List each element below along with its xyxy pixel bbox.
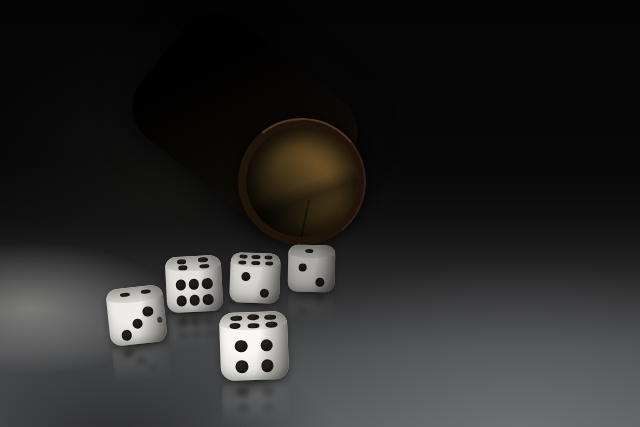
die-5 xyxy=(219,311,289,381)
die-side-shading xyxy=(111,341,172,392)
die-side-shading xyxy=(221,379,291,427)
die-side-shading xyxy=(287,292,335,330)
die-side-shading xyxy=(219,311,289,381)
dice-cup-suede-interior xyxy=(246,126,358,237)
die-body xyxy=(219,311,289,381)
dice-cup-opening xyxy=(238,118,366,245)
die-reflection-body xyxy=(111,341,172,392)
die-4 xyxy=(288,245,336,293)
cup-suede-seam xyxy=(300,199,310,237)
die-reflection xyxy=(111,341,172,392)
die-side-shading xyxy=(288,245,336,293)
die-reflection xyxy=(287,292,335,330)
die-body xyxy=(288,245,336,293)
die-reflection-body xyxy=(287,292,335,330)
die-reflection xyxy=(221,379,291,427)
die-reflection-body xyxy=(221,379,291,427)
dice-photo-scene xyxy=(0,0,640,427)
